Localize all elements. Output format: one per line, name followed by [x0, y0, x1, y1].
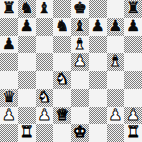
square-d3[interactable] [53, 89, 71, 107]
square-b5[interactable] [18, 53, 36, 71]
square-c5[interactable] [36, 53, 54, 71]
square-h8[interactable]: ♜ [124, 0, 142, 18]
piece-black-bishop: ♝ [37, 0, 51, 17]
square-d2[interactable]: ♛ [53, 107, 71, 125]
square-d5[interactable] [53, 53, 71, 71]
piece-white-knight: ♞ [37, 89, 51, 106]
square-f1[interactable] [89, 124, 107, 142]
piece-black-knight: ♞ [55, 18, 69, 35]
square-a3[interactable]: ♛ [0, 89, 18, 107]
piece-white-pawn: ♟ [2, 107, 16, 124]
piece-black-pawn: ♟ [108, 18, 122, 35]
square-e7[interactable]: ♝ [71, 18, 89, 36]
square-g3[interactable] [107, 89, 125, 107]
square-b6[interactable] [18, 36, 36, 54]
square-e4[interactable] [71, 71, 89, 89]
square-b4[interactable] [18, 71, 36, 89]
square-a1[interactable] [0, 124, 18, 142]
piece-white-pawn: ♟ [108, 107, 122, 124]
piece-white-bishop: ♝ [73, 36, 87, 53]
piece-black-pawn: ♟ [126, 18, 140, 35]
square-a7[interactable] [0, 18, 18, 36]
piece-white-bishop: ♝ [108, 53, 122, 70]
square-c1[interactable] [36, 124, 54, 142]
piece-white-rook: ♜ [20, 124, 34, 141]
piece-white-king: ♚ [73, 124, 87, 141]
chess-board: ♜♞♝♚♜♟♞♝♟♟♟♟♝♟♝♞♛♞♟♟♛♟♟♜♚♜ [0, 0, 142, 142]
piece-black-pawn: ♟ [91, 18, 105, 35]
piece-white-queen: ♛ [55, 107, 69, 124]
square-a2[interactable]: ♟ [0, 107, 18, 125]
piece-black-queen: ♛ [2, 89, 16, 106]
square-g6[interactable] [107, 36, 125, 54]
square-h7[interactable]: ♟ [124, 18, 142, 36]
square-a6[interactable]: ♟ [0, 36, 18, 54]
square-d7[interactable]: ♞ [53, 18, 71, 36]
square-c6[interactable] [36, 36, 54, 54]
square-f3[interactable] [89, 89, 107, 107]
square-f6[interactable] [89, 36, 107, 54]
piece-black-pawn: ♟ [20, 18, 34, 35]
piece-black-king: ♚ [73, 0, 87, 17]
square-e2[interactable] [71, 107, 89, 125]
piece-white-knight: ♞ [55, 71, 69, 88]
square-f5[interactable] [89, 53, 107, 71]
square-h2[interactable]: ♟ [124, 107, 142, 125]
square-b3[interactable] [18, 89, 36, 107]
square-g5[interactable]: ♝ [107, 53, 125, 71]
square-f8[interactable] [89, 0, 107, 18]
piece-white-rook: ♜ [126, 124, 140, 141]
piece-black-pawn: ♟ [2, 36, 16, 53]
square-e8[interactable]: ♚ [71, 0, 89, 18]
square-c3[interactable]: ♞ [36, 89, 54, 107]
square-g8[interactable] [107, 0, 125, 18]
piece-white-pawn: ♟ [37, 107, 51, 124]
square-c2[interactable]: ♟ [36, 107, 54, 125]
square-b7[interactable]: ♟ [18, 18, 36, 36]
square-d4[interactable]: ♞ [53, 71, 71, 89]
square-e6[interactable]: ♝ [71, 36, 89, 54]
piece-black-rook: ♜ [126, 0, 140, 17]
square-f2[interactable] [89, 107, 107, 125]
square-d6[interactable] [53, 36, 71, 54]
square-h1[interactable]: ♜ [124, 124, 142, 142]
square-c8[interactable]: ♝ [36, 0, 54, 18]
square-g1[interactable] [107, 124, 125, 142]
piece-white-pawn: ♟ [126, 107, 140, 124]
square-d8[interactable] [53, 0, 71, 18]
piece-black-bishop: ♝ [73, 18, 87, 35]
square-d1[interactable] [53, 124, 71, 142]
square-e1[interactable]: ♚ [71, 124, 89, 142]
square-a4[interactable] [0, 71, 18, 89]
square-h5[interactable] [124, 53, 142, 71]
piece-black-knight: ♞ [20, 0, 34, 17]
square-e3[interactable] [71, 89, 89, 107]
square-h4[interactable] [124, 71, 142, 89]
square-f4[interactable] [89, 71, 107, 89]
square-h6[interactable] [124, 36, 142, 54]
square-b8[interactable]: ♞ [18, 0, 36, 18]
piece-black-rook: ♜ [2, 0, 16, 17]
square-f7[interactable]: ♟ [89, 18, 107, 36]
piece-white-pawn: ♟ [73, 53, 87, 70]
square-e5[interactable]: ♟ [71, 53, 89, 71]
square-c4[interactable] [36, 71, 54, 89]
square-b1[interactable]: ♜ [18, 124, 36, 142]
square-b2[interactable] [18, 107, 36, 125]
square-g4[interactable] [107, 71, 125, 89]
square-a5[interactable] [0, 53, 18, 71]
square-h3[interactable] [124, 89, 142, 107]
square-g2[interactable]: ♟ [107, 107, 125, 125]
square-c7[interactable] [36, 18, 54, 36]
square-g7[interactable]: ♟ [107, 18, 125, 36]
square-a8[interactable]: ♜ [0, 0, 18, 18]
